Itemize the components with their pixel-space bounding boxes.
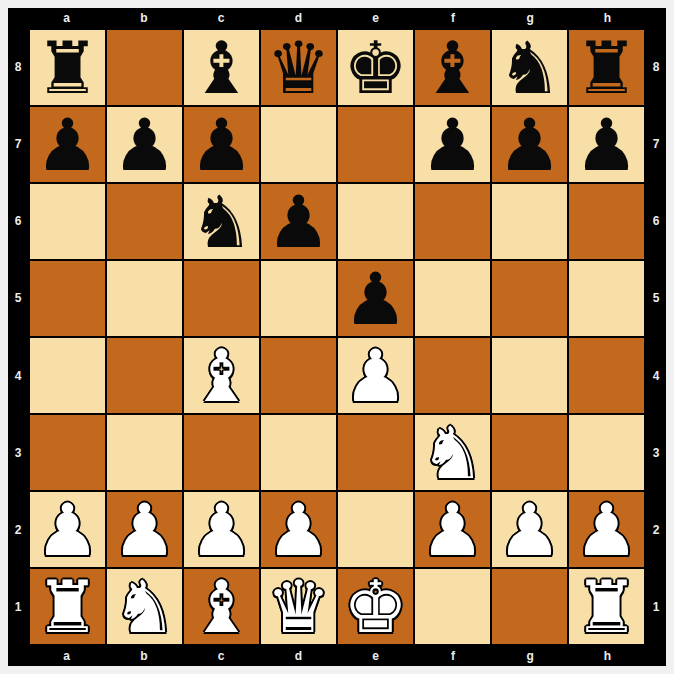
piece-black-pawn[interactable]: ♟ — [112, 109, 177, 181]
square-h5[interactable] — [569, 261, 644, 336]
square-b2[interactable]: ♟ — [107, 492, 182, 567]
file-label-e: e — [337, 646, 414, 666]
square-d4[interactable] — [261, 338, 336, 413]
square-e7[interactable] — [338, 107, 413, 182]
square-a6[interactable] — [30, 184, 105, 259]
file-label-f: f — [414, 646, 491, 666]
piece-black-pawn[interactable]: ♟ — [266, 186, 331, 258]
piece-black-pawn[interactable]: ♟ — [497, 109, 562, 181]
square-g8[interactable]: ♞ — [492, 30, 567, 105]
file-label-a: a — [28, 646, 105, 666]
file-label-a: a — [28, 8, 105, 28]
piece-black-pawn[interactable]: ♟ — [35, 109, 100, 181]
rank-label-1: 1 — [8, 569, 28, 646]
square-g4[interactable] — [492, 338, 567, 413]
file-label-b: b — [105, 8, 182, 28]
piece-black-pawn[interactable]: ♟ — [574, 109, 639, 181]
square-h2[interactable]: ♟ — [569, 492, 644, 567]
file-label-f: f — [414, 8, 491, 28]
rank-label-3: 3 — [8, 414, 28, 491]
square-a5[interactable] — [30, 261, 105, 336]
piece-white-pawn[interactable]: ♟ — [497, 494, 562, 566]
square-c5[interactable] — [184, 261, 259, 336]
rank-label-5: 5 — [8, 260, 28, 337]
rank-label-4: 4 — [646, 337, 666, 414]
rank-label-6: 6 — [8, 183, 28, 260]
file-label-d: d — [260, 8, 337, 28]
square-a8[interactable]: ♜ — [30, 30, 105, 105]
square-c3[interactable] — [184, 415, 259, 490]
piece-black-pawn[interactable]: ♟ — [343, 263, 408, 335]
file-label-h: h — [569, 8, 646, 28]
square-d3[interactable] — [261, 415, 336, 490]
square-f6[interactable] — [415, 184, 490, 259]
square-f5[interactable] — [415, 261, 490, 336]
rank-label-7: 7 — [646, 105, 666, 182]
piece-black-knight[interactable]: ♞ — [497, 32, 562, 104]
square-h4[interactable] — [569, 338, 644, 413]
file-label-g: g — [492, 646, 569, 666]
piece-black-pawn[interactable]: ♟ — [420, 109, 485, 181]
square-d6[interactable]: ♟ — [261, 184, 336, 259]
square-d8[interactable]: ♛ — [261, 30, 336, 105]
piece-white-pawn[interactable]: ♟ — [35, 494, 100, 566]
piece-white-queen[interactable]: ♛ — [266, 571, 331, 643]
square-e6[interactable] — [338, 184, 413, 259]
file-label-g: g — [492, 8, 569, 28]
square-h3[interactable] — [569, 415, 644, 490]
piece-white-pawn[interactable]: ♟ — [420, 494, 485, 566]
square-g5[interactable] — [492, 261, 567, 336]
square-c7[interactable]: ♟ — [184, 107, 259, 182]
square-a3[interactable] — [30, 415, 105, 490]
rank-label-5: 5 — [646, 260, 666, 337]
piece-white-pawn[interactable]: ♟ — [574, 494, 639, 566]
rank-label-8: 8 — [8, 28, 28, 105]
piece-black-pawn[interactable]: ♟ — [189, 109, 254, 181]
square-e1[interactable]: ♚ — [338, 569, 413, 644]
square-f4[interactable] — [415, 338, 490, 413]
square-h7[interactable]: ♟ — [569, 107, 644, 182]
square-e4[interactable]: ♟ — [338, 338, 413, 413]
square-c4[interactable]: ♝ — [184, 338, 259, 413]
rank-label-8: 8 — [646, 28, 666, 105]
piece-white-knight[interactable]: ♞ — [420, 417, 485, 489]
piece-white-pawn[interactable]: ♟ — [189, 494, 254, 566]
rank-label-2: 2 — [8, 492, 28, 569]
rank-label-4: 4 — [8, 337, 28, 414]
board-grid: ♜♝♛♚♝♞♜♟♟♟♟♟♟♞♟♟♝♟♞♟♟♟♟♟♟♟♜♞♝♛♚♜ — [28, 28, 646, 646]
rank-labels-left: 87654321 — [8, 28, 28, 646]
square-d7[interactable] — [261, 107, 336, 182]
square-a2[interactable]: ♟ — [30, 492, 105, 567]
piece-black-bishop[interactable]: ♝ — [189, 32, 254, 104]
piece-white-bishop[interactable]: ♝ — [189, 571, 254, 643]
square-h6[interactable] — [569, 184, 644, 259]
square-h1[interactable]: ♜ — [569, 569, 644, 644]
piece-black-rook[interactable]: ♜ — [574, 32, 639, 104]
square-c2[interactable]: ♟ — [184, 492, 259, 567]
square-b4[interactable] — [107, 338, 182, 413]
piece-black-king[interactable]: ♚ — [343, 32, 408, 104]
chess-board-screenshot: abcdefgh abcdefgh 87654321 87654321 ♜♝♛♚… — [0, 0, 674, 674]
square-b8[interactable] — [107, 30, 182, 105]
square-a1[interactable]: ♜ — [30, 569, 105, 644]
piece-black-rook[interactable]: ♜ — [35, 32, 100, 104]
square-f3[interactable]: ♞ — [415, 415, 490, 490]
file-labels-top: abcdefgh — [28, 8, 646, 28]
square-g3[interactable] — [492, 415, 567, 490]
square-f2[interactable]: ♟ — [415, 492, 490, 567]
square-d2[interactable]: ♟ — [261, 492, 336, 567]
square-b3[interactable] — [107, 415, 182, 490]
square-g2[interactable]: ♟ — [492, 492, 567, 567]
square-c8[interactable]: ♝ — [184, 30, 259, 105]
piece-white-pawn[interactable]: ♟ — [112, 494, 177, 566]
square-b1[interactable]: ♞ — [107, 569, 182, 644]
rank-label-6: 6 — [646, 183, 666, 260]
file-label-d: d — [260, 646, 337, 666]
square-h8[interactable]: ♜ — [569, 30, 644, 105]
rank-label-1: 1 — [646, 569, 666, 646]
file-label-b: b — [105, 646, 182, 666]
square-g1[interactable] — [492, 569, 567, 644]
piece-white-pawn[interactable]: ♟ — [266, 494, 331, 566]
file-label-c: c — [183, 646, 260, 666]
piece-black-queen[interactable]: ♛ — [266, 32, 331, 104]
file-labels-bottom: abcdefgh — [28, 646, 646, 666]
square-b6[interactable] — [107, 184, 182, 259]
square-c6[interactable]: ♞ — [184, 184, 259, 259]
piece-black-knight[interactable]: ♞ — [189, 186, 254, 258]
piece-white-bishop[interactable]: ♝ — [189, 340, 254, 412]
square-d1[interactable]: ♛ — [261, 569, 336, 644]
file-label-e: e — [337, 8, 414, 28]
square-b5[interactable] — [107, 261, 182, 336]
square-g7[interactable]: ♟ — [492, 107, 567, 182]
rank-labels-right: 87654321 — [646, 28, 666, 646]
rank-label-7: 7 — [8, 105, 28, 182]
piece-white-king[interactable]: ♚ — [343, 571, 408, 643]
square-b7[interactable]: ♟ — [107, 107, 182, 182]
square-d5[interactable] — [261, 261, 336, 336]
square-e5[interactable]: ♟ — [338, 261, 413, 336]
piece-white-rook[interactable]: ♜ — [574, 571, 639, 643]
square-g6[interactable] — [492, 184, 567, 259]
file-label-h: h — [569, 646, 646, 666]
square-e2[interactable] — [338, 492, 413, 567]
square-c1[interactable]: ♝ — [184, 569, 259, 644]
piece-white-rook[interactable]: ♜ — [35, 571, 100, 643]
file-label-c: c — [183, 8, 260, 28]
rank-label-3: 3 — [646, 414, 666, 491]
square-f8[interactable]: ♝ — [415, 30, 490, 105]
square-e8[interactable]: ♚ — [338, 30, 413, 105]
square-a4[interactable] — [30, 338, 105, 413]
piece-black-bishop[interactable]: ♝ — [420, 32, 485, 104]
piece-white-pawn[interactable]: ♟ — [343, 340, 408, 412]
square-a7[interactable]: ♟ — [30, 107, 105, 182]
square-f1[interactable] — [415, 569, 490, 644]
square-e3[interactable] — [338, 415, 413, 490]
rank-label-2: 2 — [646, 492, 666, 569]
piece-white-knight[interactable]: ♞ — [112, 571, 177, 643]
square-f7[interactable]: ♟ — [415, 107, 490, 182]
